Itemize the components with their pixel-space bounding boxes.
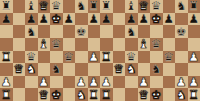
square-d2[interactable]: ♟	[38, 76, 51, 89]
white-queen-piece: ♛	[138, 0, 149, 12]
white-rook-piece: ♜	[101, 88, 112, 100]
white-knight-piece: ♞	[126, 63, 137, 75]
black-queen-piece: ♛	[51, 38, 62, 50]
white-rook-piece: ♜	[88, 88, 99, 100]
square-c1[interactable]	[25, 88, 38, 101]
square-e3-copy2[interactable]: ♞	[150, 63, 163, 76]
square-b1[interactable]	[13, 88, 26, 101]
black-rook-piece: ♜	[88, 0, 99, 12]
square-g3[interactable]	[75, 63, 88, 76]
square-b8-copy2[interactable]	[113, 0, 126, 13]
square-c7-copy2[interactable]: ♟	[125, 13, 138, 26]
white-queen-piece: ♛	[138, 88, 149, 100]
square-h8[interactable]: ♜	[88, 0, 101, 13]
square-b3[interactable]: ♛	[13, 63, 26, 76]
square-f7-copy2[interactable]: ♟	[163, 13, 176, 26]
screenshot: ♜♝♛♛♞♜♜♝♛♛♞♜♟♟♟♚♟♟♟♟♟♚♟♟♞♚♞♚♝♛♝♛♜♛♛♟♜♛♛♟…	[0, 0, 200, 101]
square-a4-copy2[interactable]: ♜	[100, 51, 113, 64]
white-queen-piece: ♛	[38, 0, 49, 12]
black-knight-piece: ♞	[26, 25, 37, 37]
square-h4-copy2[interactable]: ♟	[188, 51, 201, 64]
black-rook-piece: ♜	[101, 0, 112, 12]
square-c4[interactable]: ♛	[25, 51, 38, 64]
black-king-piece: ♚	[76, 25, 87, 37]
black-pawn-piece: ♟	[26, 13, 37, 25]
white-king-piece: ♚	[51, 88, 62, 100]
chess-board: ♜♝♛♛♞♜♜♝♛♛♞♜♟♟♟♚♟♟♟♟♟♚♟♟♞♚♞♚♝♛♝♛♜♛♛♟♜♛♛♟…	[0, 0, 200, 101]
square-d8-copy2[interactable]: ♛	[138, 0, 151, 13]
square-f4[interactable]: ♛	[63, 51, 76, 64]
square-a2[interactable]: ♟	[0, 76, 13, 89]
black-knight-piece: ♞	[151, 63, 162, 75]
white-pawn-piece: ♟	[176, 76, 187, 88]
square-c4-copy2[interactable]: ♛	[125, 51, 138, 64]
white-rook-piece: ♜	[101, 51, 112, 63]
square-d6[interactable]	[38, 25, 51, 38]
square-h4[interactable]: ♟	[88, 51, 101, 64]
square-h3-copy2[interactable]	[188, 63, 201, 76]
square-g2[interactable]: ♟	[75, 76, 88, 89]
square-d3-copy2[interactable]	[138, 63, 151, 76]
black-pawn-piece: ♟	[88, 13, 99, 25]
white-pawn-piece: ♟	[188, 76, 199, 88]
square-h8-copy2[interactable]: ♜	[188, 0, 201, 13]
square-b4[interactable]	[13, 51, 26, 64]
black-knight-piece: ♞	[51, 63, 62, 75]
white-bishop-piece: ♝	[38, 38, 49, 50]
square-a6[interactable]	[0, 25, 13, 38]
square-b6-copy2[interactable]	[113, 25, 126, 38]
white-king-piece: ♚	[151, 13, 162, 25]
square-g8-copy2[interactable]: ♞	[175, 0, 188, 13]
square-f6[interactable]	[63, 25, 76, 38]
square-e4[interactable]	[50, 51, 63, 64]
square-g6[interactable]: ♚	[75, 25, 88, 38]
square-f5[interactable]	[63, 38, 76, 51]
square-c7[interactable]: ♟	[25, 13, 38, 26]
square-f1[interactable]	[63, 88, 76, 101]
white-pawn-piece: ♟	[38, 76, 49, 88]
square-g1[interactable]: ♞	[75, 88, 88, 101]
square-a4[interactable]: ♜	[0, 51, 13, 64]
square-d1-copy2[interactable]: ♛	[138, 88, 151, 101]
square-e8[interactable]: ♛	[50, 0, 63, 13]
square-f7[interactable]: ♟	[63, 13, 76, 26]
white-pawn-piece: ♟	[88, 76, 99, 88]
square-c6-copy2[interactable]: ♞	[125, 25, 138, 38]
square-e5[interactable]: ♛	[50, 38, 63, 51]
black-pawn-piece: ♟	[126, 13, 137, 25]
square-a3[interactable]	[0, 63, 13, 76]
black-queen-piece: ♛	[51, 0, 62, 12]
square-b5-copy2[interactable]	[113, 38, 126, 51]
square-b1-copy2[interactable]	[113, 88, 126, 101]
square-d4[interactable]	[38, 51, 51, 64]
white-rook-piece: ♜	[1, 88, 12, 100]
black-pawn-piece: ♟	[63, 13, 74, 25]
square-h2-copy2[interactable]: ♟	[188, 76, 201, 89]
square-h7[interactable]: ♟	[88, 13, 101, 26]
white-rook-piece: ♜	[188, 88, 199, 100]
square-h6-copy2[interactable]	[188, 25, 201, 38]
square-a6-copy2[interactable]	[100, 25, 113, 38]
square-e8-copy2[interactable]: ♛	[150, 0, 163, 13]
square-e5-copy2[interactable]: ♛	[150, 38, 163, 51]
square-g5-copy2[interactable]	[175, 38, 188, 51]
white-queen-piece: ♛	[113, 63, 124, 75]
white-pawn-piece: ♟	[76, 76, 87, 88]
square-e7[interactable]: ♚	[50, 13, 63, 26]
square-f8[interactable]	[63, 0, 76, 13]
white-pawn-piece: ♟	[88, 51, 99, 63]
square-h3[interactable]	[88, 63, 101, 76]
square-d7[interactable]: ♟	[38, 13, 51, 26]
square-a8[interactable]: ♜	[0, 0, 13, 13]
square-h5-copy2[interactable]	[188, 38, 201, 51]
black-king-piece: ♚	[176, 25, 187, 37]
white-pawn-piece: ♟	[188, 51, 199, 63]
square-g2-copy2[interactable]: ♟	[175, 76, 188, 89]
square-h1[interactable]: ♜	[88, 88, 101, 101]
square-g3-copy2[interactable]	[175, 63, 188, 76]
square-f3-copy2[interactable]	[163, 63, 176, 76]
square-b6[interactable]	[13, 25, 26, 38]
square-g4-copy2[interactable]	[175, 51, 188, 64]
square-e2[interactable]	[50, 76, 63, 89]
square-f1-copy2[interactable]	[163, 88, 176, 101]
square-a3-copy2[interactable]	[100, 63, 113, 76]
white-pawn-piece: ♟	[101, 76, 112, 88]
square-b8[interactable]	[13, 0, 26, 13]
black-queen-piece: ♛	[151, 0, 162, 12]
square-c8[interactable]: ♝	[25, 0, 38, 13]
square-c6[interactable]: ♞	[25, 25, 38, 38]
white-knight-piece: ♞	[26, 63, 37, 75]
square-g4[interactable]	[75, 51, 88, 64]
square-c3-copy2[interactable]: ♞	[125, 63, 138, 76]
square-e2-copy2[interactable]	[150, 76, 163, 89]
square-e1-copy2[interactable]: ♚	[150, 88, 163, 101]
square-a1-copy2[interactable]: ♜	[100, 88, 113, 101]
white-queen-piece: ♛	[13, 63, 24, 75]
black-queen-piece: ♛	[163, 51, 174, 63]
square-d1[interactable]: ♛	[38, 88, 51, 101]
square-a5[interactable]	[0, 38, 13, 51]
square-e3[interactable]: ♞	[50, 63, 63, 76]
square-f8-copy2[interactable]	[163, 0, 176, 13]
square-a8-copy2[interactable]: ♜	[100, 0, 113, 13]
square-d6-copy2[interactable]	[138, 25, 151, 38]
black-knight-piece: ♞	[76, 0, 87, 12]
black-queen-piece: ♛	[26, 51, 37, 63]
square-f5-copy2[interactable]	[163, 38, 176, 51]
black-rook-piece: ♜	[188, 0, 199, 12]
square-g7-copy2[interactable]	[175, 13, 188, 26]
square-h6[interactable]	[88, 25, 101, 38]
white-bishop-piece: ♝	[138, 38, 149, 50]
square-g7[interactable]	[75, 13, 88, 26]
square-d8[interactable]: ♛	[38, 0, 51, 13]
square-e7-copy2[interactable]: ♚	[150, 13, 163, 26]
white-queen-piece: ♛	[38, 88, 49, 100]
square-b3-copy2[interactable]: ♛	[113, 63, 126, 76]
square-c1-copy2[interactable]	[125, 88, 138, 101]
square-d7-copy2[interactable]: ♟	[138, 13, 151, 26]
black-pawn-piece: ♟	[188, 13, 199, 25]
square-d5[interactable]: ♝	[38, 38, 51, 51]
square-d3[interactable]	[38, 63, 51, 76]
square-e6[interactable]	[50, 25, 63, 38]
white-pawn-piece: ♟	[1, 76, 12, 88]
black-knight-piece: ♞	[176, 0, 187, 12]
square-f2[interactable]	[63, 76, 76, 89]
black-pawn-piece: ♟	[163, 13, 174, 25]
square-g5[interactable]	[75, 38, 88, 51]
square-b7[interactable]	[13, 13, 26, 26]
square-e1[interactable]: ♚	[50, 88, 63, 101]
black-pawn-piece: ♟	[38, 13, 49, 25]
square-d4-copy2[interactable]	[138, 51, 151, 64]
square-e4-copy2[interactable]	[150, 51, 163, 64]
square-b2[interactable]	[13, 76, 26, 89]
white-king-piece: ♚	[151, 88, 162, 100]
square-c5[interactable]	[25, 38, 38, 51]
square-c2[interactable]	[25, 76, 38, 89]
square-c8-copy2[interactable]: ♝	[125, 0, 138, 13]
white-knight-piece: ♞	[176, 88, 187, 100]
white-pawn-piece: ♟	[138, 76, 149, 88]
square-g1-copy2[interactable]: ♞	[175, 88, 188, 101]
square-h2[interactable]: ♟	[88, 76, 101, 89]
square-a2-copy2[interactable]: ♟	[100, 76, 113, 89]
black-knight-piece: ♞	[126, 25, 137, 37]
square-f6-copy2[interactable]	[163, 25, 176, 38]
square-e6-copy2[interactable]	[150, 25, 163, 38]
square-h5[interactable]	[88, 38, 101, 51]
square-b2-copy2[interactable]	[113, 76, 126, 89]
square-a1[interactable]: ♜	[0, 88, 13, 101]
square-g6-copy2[interactable]: ♚	[175, 25, 188, 38]
square-d5-copy2[interactable]: ♝	[138, 38, 151, 51]
square-b5[interactable]	[13, 38, 26, 51]
black-queen-piece: ♛	[63, 51, 74, 63]
black-queen-piece: ♛	[126, 51, 137, 63]
square-f4-copy2[interactable]: ♛	[163, 51, 176, 64]
square-a7[interactable]: ♟	[0, 13, 13, 26]
black-queen-piece: ♛	[151, 38, 162, 50]
square-f2-copy2[interactable]	[163, 76, 176, 89]
square-h1-copy2[interactable]: ♜	[188, 88, 201, 101]
square-c5-copy2[interactable]	[125, 38, 138, 51]
square-c2-copy2[interactable]	[125, 76, 138, 89]
black-bishop-piece: ♝	[126, 0, 137, 12]
black-pawn-piece: ♟	[1, 13, 12, 25]
black-bishop-piece: ♝	[26, 0, 37, 12]
white-knight-piece: ♞	[76, 88, 87, 100]
black-pawn-piece: ♟	[101, 13, 112, 25]
square-c3[interactable]: ♞	[25, 63, 38, 76]
square-g8[interactable]: ♞	[75, 0, 88, 13]
black-pawn-piece: ♟	[138, 13, 149, 25]
square-f3[interactable]	[63, 63, 76, 76]
square-a5-copy2[interactable]	[100, 38, 113, 51]
square-h7-copy2[interactable]: ♟	[188, 13, 201, 26]
square-d2-copy2[interactable]: ♟	[138, 76, 151, 89]
square-b7-copy2[interactable]	[113, 13, 126, 26]
square-b4-copy2[interactable]	[113, 51, 126, 64]
white-rook-piece: ♜	[1, 51, 12, 63]
black-rook-piece: ♜	[1, 0, 12, 12]
white-king-piece: ♚	[51, 13, 62, 25]
square-a7-copy2[interactable]: ♟	[100, 13, 113, 26]
